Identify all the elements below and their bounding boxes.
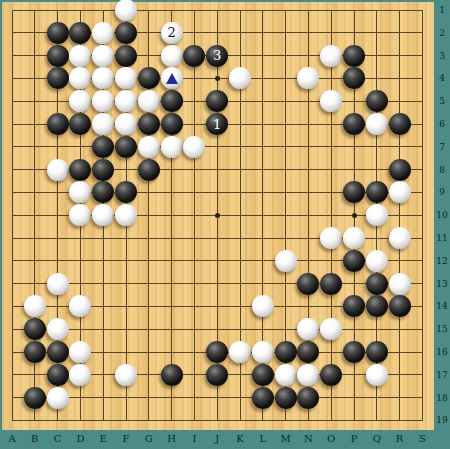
column-label: K bbox=[233, 432, 247, 445]
row-label: 3 bbox=[434, 50, 450, 62]
grid-line bbox=[12, 146, 423, 147]
stone-white bbox=[138, 136, 160, 158]
stone-black bbox=[275, 341, 297, 363]
stone-white bbox=[138, 90, 160, 112]
stone-black bbox=[47, 67, 69, 89]
stone-black bbox=[297, 341, 319, 363]
stone-white bbox=[69, 181, 91, 203]
stone-white bbox=[183, 136, 205, 158]
row-label: 1 bbox=[434, 4, 450, 16]
row-label: 17 bbox=[434, 369, 450, 381]
stone-white bbox=[366, 204, 388, 226]
stone-black bbox=[206, 90, 228, 112]
stone-white bbox=[92, 90, 114, 112]
move-number-label: 2 bbox=[167, 26, 175, 39]
stone-white bbox=[320, 90, 342, 112]
row-label: 5 bbox=[434, 95, 450, 107]
stone-black bbox=[47, 364, 69, 386]
stone-white bbox=[92, 45, 114, 67]
star-point bbox=[352, 213, 357, 218]
grid-line bbox=[399, 10, 400, 421]
row-label: 12 bbox=[434, 255, 450, 267]
column-label: L bbox=[256, 432, 270, 445]
stone-black bbox=[161, 113, 183, 135]
stone-black bbox=[343, 341, 365, 363]
stone-white bbox=[92, 204, 114, 226]
row-label: 15 bbox=[434, 323, 450, 335]
column-label: O bbox=[324, 432, 338, 445]
stone-black bbox=[161, 364, 183, 386]
stone-black bbox=[183, 45, 205, 67]
stone-black bbox=[343, 250, 365, 272]
stone-black bbox=[115, 181, 137, 203]
stone-black bbox=[138, 113, 160, 135]
column-label: M bbox=[279, 432, 293, 445]
stone-white bbox=[69, 364, 91, 386]
grid-line bbox=[12, 329, 423, 330]
stone-black bbox=[366, 295, 388, 317]
star-point bbox=[215, 213, 220, 218]
stone-white bbox=[275, 364, 297, 386]
stone-black bbox=[366, 181, 388, 203]
column-label: I bbox=[187, 432, 201, 445]
star-point bbox=[215, 76, 220, 81]
stone-white bbox=[47, 318, 69, 340]
go-board[interactable]: 231ABCDEFGHIJKLMNOPQRS123456789101112131… bbox=[0, 0, 450, 449]
row-label: 13 bbox=[434, 278, 450, 290]
stone-white bbox=[297, 318, 319, 340]
row-label: 10 bbox=[434, 209, 450, 221]
grid-line bbox=[12, 10, 13, 421]
grid-line bbox=[194, 10, 195, 421]
column-label: E bbox=[96, 432, 110, 445]
row-label: 19 bbox=[434, 414, 450, 426]
stone-black bbox=[366, 273, 388, 295]
stone-white bbox=[47, 387, 69, 409]
stone-white bbox=[320, 227, 342, 249]
stone-black bbox=[206, 364, 228, 386]
column-label: Q bbox=[370, 432, 384, 445]
stone-black bbox=[138, 67, 160, 89]
stone-white bbox=[389, 181, 411, 203]
stone-black bbox=[343, 113, 365, 135]
stone-black bbox=[389, 113, 411, 135]
stone-white bbox=[161, 67, 183, 89]
stone-white bbox=[69, 341, 91, 363]
stone-white bbox=[320, 318, 342, 340]
stone-black bbox=[69, 159, 91, 181]
stone-black bbox=[24, 341, 46, 363]
stone-white bbox=[69, 45, 91, 67]
stone-white bbox=[366, 250, 388, 272]
stone-black bbox=[69, 113, 91, 135]
stone-white bbox=[389, 227, 411, 249]
stone-black bbox=[252, 364, 274, 386]
move-number-label: 3 bbox=[213, 49, 221, 62]
stone-black bbox=[24, 318, 46, 340]
column-label: H bbox=[165, 432, 179, 445]
stone-white bbox=[92, 67, 114, 89]
row-label: 16 bbox=[434, 346, 450, 358]
stone-black bbox=[366, 341, 388, 363]
stone-black bbox=[389, 159, 411, 181]
grid-line bbox=[12, 397, 423, 398]
triangle-marker-icon bbox=[166, 73, 178, 84]
stone-white bbox=[69, 204, 91, 226]
stone-white bbox=[366, 364, 388, 386]
stone-black bbox=[320, 364, 342, 386]
stone-white bbox=[92, 113, 114, 135]
stone-black bbox=[47, 22, 69, 44]
stone-black bbox=[92, 181, 114, 203]
stone-black bbox=[115, 45, 137, 67]
stone-black bbox=[24, 387, 46, 409]
row-label: 2 bbox=[434, 27, 450, 39]
stone-white bbox=[115, 67, 137, 89]
column-label: D bbox=[73, 432, 87, 445]
stone-white bbox=[297, 364, 319, 386]
column-label: A bbox=[5, 432, 19, 445]
stone-black bbox=[69, 22, 91, 44]
stone-white bbox=[115, 364, 137, 386]
stone-black bbox=[47, 113, 69, 135]
row-label: 7 bbox=[434, 141, 450, 153]
move-number-label: 1 bbox=[213, 118, 221, 131]
stone-black bbox=[275, 387, 297, 409]
stone-black bbox=[297, 273, 319, 295]
grid-line bbox=[331, 10, 332, 421]
stone-black bbox=[92, 159, 114, 181]
stone-white bbox=[115, 113, 137, 135]
go-game-window: 231ABCDEFGHIJKLMNOPQRS123456789101112131… bbox=[0, 0, 450, 449]
grid-line bbox=[12, 283, 423, 284]
stone-black bbox=[206, 341, 228, 363]
stone-white bbox=[24, 295, 46, 317]
stone-black bbox=[115, 136, 137, 158]
stone-white bbox=[161, 45, 183, 67]
stone-black bbox=[297, 387, 319, 409]
stone-white bbox=[115, 0, 137, 21]
stone-black bbox=[161, 90, 183, 112]
stone-white bbox=[69, 90, 91, 112]
stone-black bbox=[366, 90, 388, 112]
row-label: 14 bbox=[434, 300, 450, 312]
stone-black bbox=[320, 273, 342, 295]
stone-white bbox=[229, 341, 251, 363]
row-label: 11 bbox=[434, 232, 450, 244]
column-label: S bbox=[415, 432, 429, 445]
grid-line bbox=[12, 10, 423, 11]
row-label: 18 bbox=[434, 392, 450, 404]
stone-white bbox=[47, 159, 69, 181]
stone-black bbox=[252, 387, 274, 409]
stone-white bbox=[115, 90, 137, 112]
stone-white bbox=[69, 295, 91, 317]
stone-white bbox=[115, 204, 137, 226]
stone-white bbox=[252, 341, 274, 363]
stone-black bbox=[343, 67, 365, 89]
stone-black: 1 bbox=[206, 113, 228, 135]
stone-white bbox=[320, 45, 342, 67]
row-label: 4 bbox=[434, 72, 450, 84]
stone-white: 2 bbox=[161, 22, 183, 44]
stone-white bbox=[229, 67, 251, 89]
grid-line bbox=[12, 420, 423, 421]
stone-white bbox=[343, 227, 365, 249]
column-label: N bbox=[301, 432, 315, 445]
stone-white bbox=[161, 136, 183, 158]
stone-black bbox=[92, 136, 114, 158]
column-label: P bbox=[347, 432, 361, 445]
stone-white bbox=[92, 22, 114, 44]
stone-black bbox=[343, 181, 365, 203]
stone-white bbox=[366, 113, 388, 135]
stone-white bbox=[297, 67, 319, 89]
row-label: 8 bbox=[434, 164, 450, 176]
row-label: 6 bbox=[434, 118, 450, 130]
column-label: F bbox=[119, 432, 133, 445]
stone-black bbox=[343, 295, 365, 317]
grid-line bbox=[422, 10, 423, 421]
stone-black bbox=[343, 45, 365, 67]
stone-black: 3 bbox=[206, 45, 228, 67]
stone-white bbox=[47, 273, 69, 295]
stone-black bbox=[47, 45, 69, 67]
stone-black bbox=[47, 341, 69, 363]
stone-white bbox=[275, 250, 297, 272]
column-label: G bbox=[142, 432, 156, 445]
stone-white bbox=[69, 67, 91, 89]
row-label: 9 bbox=[434, 186, 450, 198]
stone-white bbox=[252, 295, 274, 317]
stone-black bbox=[389, 295, 411, 317]
stone-black bbox=[115, 22, 137, 44]
stone-white bbox=[389, 273, 411, 295]
column-label: C bbox=[51, 432, 65, 445]
column-label: J bbox=[210, 432, 224, 445]
stone-black bbox=[138, 159, 160, 181]
column-label: R bbox=[393, 432, 407, 445]
column-label: B bbox=[28, 432, 42, 445]
